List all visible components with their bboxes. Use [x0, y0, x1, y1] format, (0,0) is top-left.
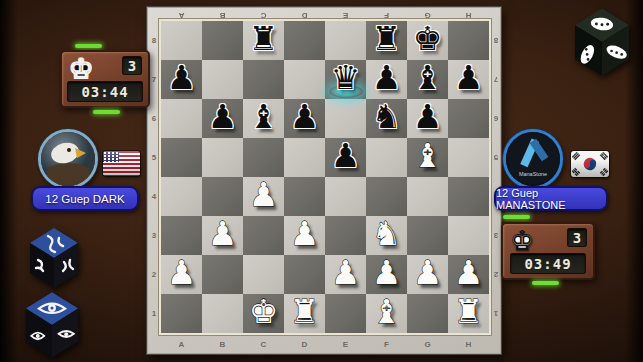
square-a8[interactable] — [161, 21, 202, 60]
square-a6[interactable] — [161, 99, 202, 138]
square-g4[interactable] — [407, 177, 448, 216]
square-h6[interactable] — [448, 99, 489, 138]
square-g6[interactable]: ♟ — [407, 99, 448, 138]
piece-black-pawn-g6[interactable]: ♟ — [413, 100, 443, 133]
kr-flag-icon — [571, 151, 609, 177]
white-clock-active-led — [532, 281, 559, 285]
square-f4[interactable] — [366, 177, 407, 216]
square-f5[interactable] — [366, 138, 407, 177]
board-squares: ♜♜♚♟♛♟♝♟♟♝♟♞♟♟♝♟♟♟♞♟♟♟♟♟♚♜♝♜ — [161, 21, 489, 333]
square-d7[interactable] — [284, 60, 325, 99]
square-a5[interactable] — [161, 138, 202, 177]
square-h2[interactable]: ♟ — [448, 255, 489, 294]
square-f1[interactable]: ♝ — [366, 294, 407, 333]
square-c7[interactable] — [243, 60, 284, 99]
square-b8[interactable] — [202, 21, 243, 60]
piece-white-pawn-a2[interactable]: ♟ — [167, 256, 197, 289]
square-d3[interactable]: ♟ — [284, 216, 325, 255]
piece-white-pawn-f2[interactable]: ♟ — [372, 256, 402, 289]
eye-dice-icon[interactable] — [20, 290, 84, 360]
square-d2[interactable] — [284, 255, 325, 294]
square-g7[interactable]: ♝ — [407, 60, 448, 99]
square-b7[interactable] — [202, 60, 243, 99]
square-d1[interactable]: ♜ — [284, 294, 325, 333]
piece-white-pawn-c4[interactable]: ♟ — [249, 178, 279, 211]
piece-white-pawn-e2[interactable]: ♟ — [331, 256, 361, 289]
square-b3[interactable]: ♟ — [202, 216, 243, 255]
square-e1[interactable] — [325, 294, 366, 333]
square-b1[interactable] — [202, 294, 243, 333]
black-player-avatar[interactable] — [38, 129, 98, 189]
square-e8[interactable] — [325, 21, 366, 60]
coord-label: H — [448, 340, 489, 349]
piece-white-rook-d1[interactable]: ♜ — [290, 295, 320, 328]
square-h3[interactable] — [448, 216, 489, 255]
black-counter-display: 3 — [122, 56, 142, 75]
coord-label: A — [161, 9, 202, 20]
square-h1[interactable]: ♜ — [448, 294, 489, 333]
square-e3[interactable] — [325, 216, 366, 255]
square-d4[interactable] — [284, 177, 325, 216]
square-h8[interactable] — [448, 21, 489, 60]
square-f8[interactable]: ♜ — [366, 21, 407, 60]
coord-label: 1 — [490, 294, 502, 333]
coord-label: F — [366, 340, 407, 349]
piece-white-king-c1[interactable]: ♚ — [249, 295, 279, 328]
square-e6[interactable] — [325, 99, 366, 138]
square-b4[interactable] — [202, 177, 243, 216]
white-player-name[interactable]: 12 Guep MANASTONE — [494, 186, 608, 211]
piece-white-pawn-h2[interactable]: ♟ — [454, 256, 484, 289]
square-c2[interactable] — [243, 255, 284, 294]
piece-black-pawn-h7[interactable]: ♟ — [454, 61, 484, 94]
piece-white-pawn-g2[interactable]: ♟ — [413, 256, 443, 289]
coord-label: 3 — [148, 216, 160, 255]
black-clock-active-led — [75, 44, 102, 48]
square-d6[interactable]: ♟ — [284, 99, 325, 138]
white-clock: ♚ 3 03:49 — [501, 222, 595, 280]
square-a1[interactable] — [161, 294, 202, 333]
square-g1[interactable] — [407, 294, 448, 333]
piece-white-pawn-b3[interactable]: ♟ — [208, 217, 238, 250]
square-c6[interactable]: ♝ — [243, 99, 284, 138]
manastone-avatar-image: ManaStone — [506, 132, 560, 186]
piece-black-rook-f8[interactable]: ♜ — [372, 22, 402, 55]
coord-label: G — [407, 340, 448, 349]
coord-label: B — [202, 9, 243, 20]
left-vignette — [0, 0, 18, 362]
coord-label: 5 — [148, 138, 160, 177]
coord-label: 1 — [148, 294, 160, 333]
white-counter-display: 3 — [567, 228, 587, 247]
coord-label: A — [161, 340, 202, 349]
square-f7[interactable]: ♟ — [366, 60, 407, 99]
square-c5[interactable] — [243, 138, 284, 177]
rank-labels-right: 87654321 — [490, 21, 502, 333]
coord-label: C — [243, 340, 284, 349]
piece-black-pawn-f7[interactable]: ♟ — [372, 61, 402, 94]
white-time-display: 03:49 — [510, 253, 586, 274]
black-player-name[interactable]: 12 Guep DARK — [31, 186, 139, 211]
piece-white-bishop-g5[interactable]: ♝ — [413, 139, 443, 172]
square-f2[interactable]: ♟ — [366, 255, 407, 294]
square-a4[interactable] — [161, 177, 202, 216]
square-c4[interactable]: ♟ — [243, 177, 284, 216]
coord-label: H — [448, 9, 489, 20]
white-king-icon: ♚ — [510, 227, 534, 254]
coord-label: 8 — [490, 21, 502, 60]
square-h7[interactable]: ♟ — [448, 60, 489, 99]
piece-black-pawn-b6[interactable]: ♟ — [208, 100, 238, 133]
coord-label: 6 — [490, 99, 502, 138]
coord-label: 2 — [148, 255, 160, 294]
square-g2[interactable]: ♟ — [407, 255, 448, 294]
black-king-icon: ♚ — [69, 55, 93, 82]
piece-black-knight-f6[interactable]: ♞ — [372, 100, 402, 133]
black-clock: ♚ 3 03:44 — [60, 50, 150, 108]
us-flag-icon — [103, 151, 140, 176]
square-h4[interactable] — [448, 177, 489, 216]
piece-black-bishop-c6[interactable]: ♝ — [249, 100, 279, 133]
black-time-display: 03:44 — [67, 81, 143, 102]
white-player-avatar[interactable]: ManaStone — [503, 129, 563, 189]
rune-dice-icon[interactable] — [25, 226, 83, 290]
square-e2[interactable]: ♟ — [325, 255, 366, 294]
square-a2[interactable]: ♟ — [161, 255, 202, 294]
piece-white-rook-h1[interactable]: ♜ — [454, 295, 484, 328]
square-b6[interactable]: ♟ — [202, 99, 243, 138]
coord-label: D — [284, 9, 325, 20]
coord-label: 7 — [490, 60, 502, 99]
black-clock-led-bottom — [93, 110, 120, 114]
square-h5[interactable] — [448, 138, 489, 177]
square-f6[interactable]: ♞ — [366, 99, 407, 138]
piece-white-bishop-f1[interactable]: ♝ — [372, 295, 402, 328]
file-labels-bottom: ABCDEFGH — [161, 337, 489, 351]
coord-label: 5 — [490, 138, 502, 177]
piece-black-queen-e7[interactable]: ♛ — [331, 61, 361, 94]
eagle-avatar-image — [41, 132, 95, 186]
square-e4[interactable] — [325, 177, 366, 216]
ufo-dice-icon[interactable] — [568, 6, 636, 78]
piece-white-pawn-d3[interactable]: ♟ — [290, 217, 320, 250]
square-g8[interactable]: ♚ — [407, 21, 448, 60]
piece-white-knight-f3[interactable]: ♞ — [372, 217, 402, 250]
square-f3[interactable]: ♞ — [366, 216, 407, 255]
piece-black-rook-c8[interactable]: ♜ — [249, 22, 279, 55]
square-e7[interactable]: ♛ — [325, 60, 366, 99]
square-a3[interactable] — [161, 216, 202, 255]
coord-label: B — [202, 340, 243, 349]
square-d5[interactable] — [284, 138, 325, 177]
square-a7[interactable]: ♟ — [161, 60, 202, 99]
coord-label: D — [284, 340, 325, 349]
square-b5[interactable] — [202, 138, 243, 177]
piece-black-pawn-e5[interactable]: ♟ — [331, 139, 361, 172]
piece-black-king-g8[interactable]: ♚ — [413, 22, 443, 55]
square-c8[interactable]: ♜ — [243, 21, 284, 60]
piece-black-bishop-g7[interactable]: ♝ — [413, 61, 443, 94]
coord-label: E — [325, 9, 366, 20]
square-b2[interactable] — [202, 255, 243, 294]
square-c3[interactable] — [243, 216, 284, 255]
piece-black-pawn-d6[interactable]: ♟ — [290, 100, 320, 133]
svg-text:ManaStone: ManaStone — [519, 171, 547, 177]
square-e5[interactable]: ♟ — [325, 138, 366, 177]
white-clock-led-top — [503, 215, 530, 219]
coord-label: E — [325, 340, 366, 349]
piece-black-pawn-a7[interactable]: ♟ — [167, 61, 197, 94]
square-g3[interactable] — [407, 216, 448, 255]
square-c1[interactable]: ♚ — [243, 294, 284, 333]
square-d8[interactable] — [284, 21, 325, 60]
coord-label: 6 — [148, 99, 160, 138]
chess-board: ABCDEFGH ABCDEFGH 87654321 87654321 ♜♜♚♟… — [146, 6, 502, 355]
square-g5[interactable]: ♝ — [407, 138, 448, 177]
coord-label: 4 — [148, 177, 160, 216]
